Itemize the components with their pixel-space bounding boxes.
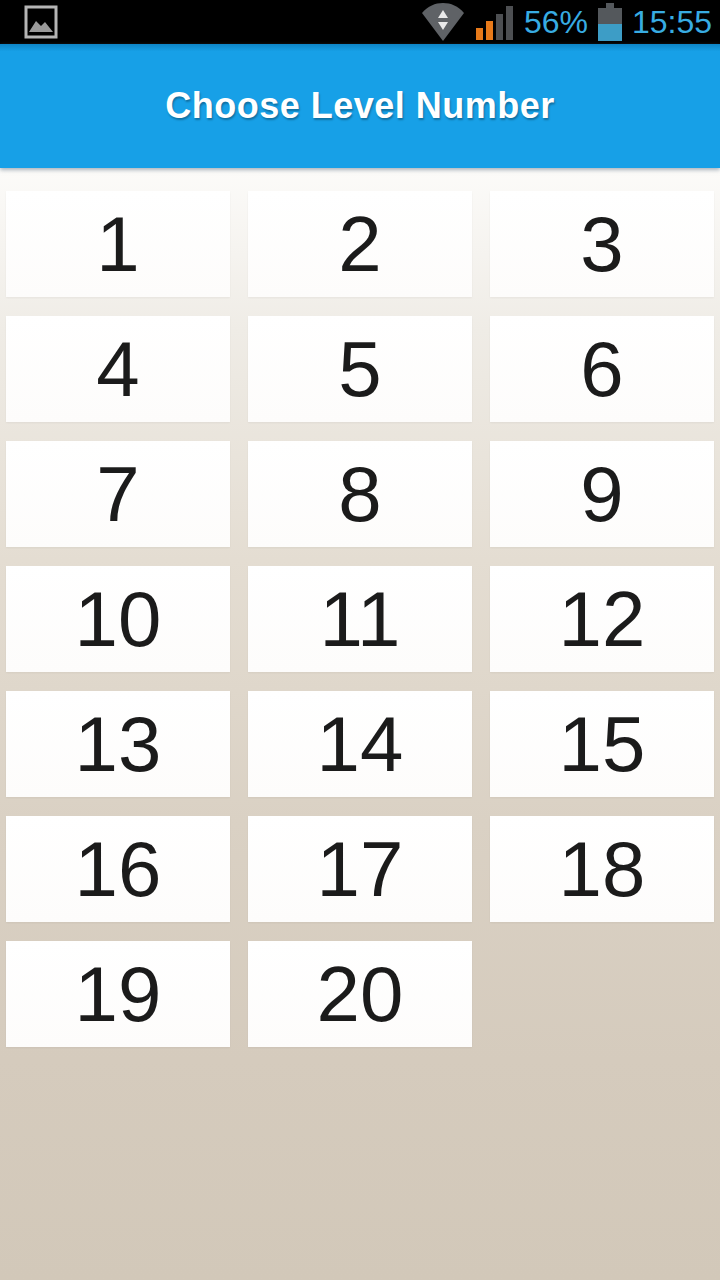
level-button-13[interactable]: 13 xyxy=(6,691,230,797)
battery-percent: 56% xyxy=(524,0,588,44)
level-button-16[interactable]: 16 xyxy=(6,816,230,922)
level-button-11[interactable]: 11 xyxy=(248,566,472,672)
level-button-10[interactable]: 10 xyxy=(6,566,230,672)
screen: 56% 15:55 Choose Level Number 1234567891… xyxy=(0,0,720,1280)
page-title: Choose Level Number xyxy=(165,85,555,127)
level-button-15[interactable]: 15 xyxy=(490,691,714,797)
level-button-1[interactable]: 1 xyxy=(6,191,230,297)
level-button-4[interactable]: 4 xyxy=(6,316,230,422)
level-grid: 1234567891011121314151617181920 xyxy=(6,191,714,1047)
level-button-9[interactable]: 9 xyxy=(490,441,714,547)
signal-strength-icon xyxy=(476,4,514,40)
wifi-icon xyxy=(420,2,466,42)
image-notification-icon xyxy=(24,5,58,39)
level-button-17[interactable]: 17 xyxy=(248,816,472,922)
level-button-20[interactable]: 20 xyxy=(248,941,472,1047)
level-button-3[interactable]: 3 xyxy=(490,191,714,297)
level-button-5[interactable]: 5 xyxy=(248,316,472,422)
level-button-19[interactable]: 19 xyxy=(6,941,230,1047)
level-button-18[interactable]: 18 xyxy=(490,816,714,922)
level-button-14[interactable]: 14 xyxy=(248,691,472,797)
level-button-7[interactable]: 7 xyxy=(6,441,230,547)
battery-icon xyxy=(598,3,622,41)
status-bar: 56% 15:55 xyxy=(0,0,720,44)
level-button-8[interactable]: 8 xyxy=(248,441,472,547)
app-header: Choose Level Number xyxy=(0,44,720,168)
level-button-2[interactable]: 2 xyxy=(248,191,472,297)
clock: 15:55 xyxy=(632,0,712,44)
level-button-6[interactable]: 6 xyxy=(490,316,714,422)
level-button-12[interactable]: 12 xyxy=(490,566,714,672)
